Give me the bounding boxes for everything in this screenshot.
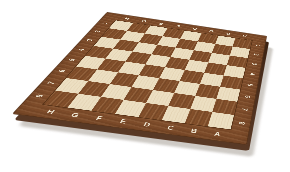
- file-label-bottom-b: B: [190, 128, 198, 135]
- rank-label-left-4: 4: [76, 48, 86, 51]
- file-label-bottom-h: H: [45, 109, 57, 116]
- file-label-bottom-e: E: [118, 118, 128, 125]
- file-label-top-a: A: [242, 34, 247, 38]
- file-label-bottom-a: A: [213, 131, 221, 138]
- rank-label-left-1: 1: [101, 22, 110, 25]
- file-label-bottom-g: G: [69, 112, 81, 119]
- file-label-top-h: H: [123, 17, 130, 21]
- rank-label-left-2: 2: [93, 30, 102, 33]
- rank-label-left-3: 3: [85, 39, 95, 42]
- rank-label-left-8: 8: [34, 94, 46, 98]
- rank-label-right-5: 5: [245, 83, 254, 86]
- file-label-bottom-f: F: [94, 115, 104, 122]
- rank-label-right-6: 6: [243, 95, 252, 99]
- rank-label-left-7: 7: [46, 81, 58, 85]
- file-label-top-b: B: [225, 32, 231, 36]
- rank-label-left-5: 5: [67, 58, 78, 61]
- rank-label-right-1: 1: [254, 44, 261, 47]
- rank-label-right-8: 8: [237, 121, 247, 125]
- file-label-top-f: F: [158, 22, 164, 26]
- rank-label-right-7: 7: [240, 107, 249, 111]
- file-label-top-c: C: [208, 29, 214, 33]
- product-photo: HH11GG22FF33EE44DD55CC66BB77AA88: [0, 0, 290, 172]
- rank-label-right-2: 2: [252, 53, 260, 56]
- file-label-top-e: E: [175, 24, 181, 28]
- file-label-top-g: G: [140, 19, 147, 23]
- rank-label-right-3: 3: [250, 62, 258, 65]
- square-a8: [208, 112, 234, 129]
- rank-label-left-6: 6: [57, 69, 68, 73]
- file-label-bottom-c: C: [166, 124, 175, 131]
- file-label-top-d: D: [192, 27, 198, 31]
- rank-label-right-4: 4: [248, 72, 256, 75]
- file-label-bottom-d: D: [142, 121, 151, 128]
